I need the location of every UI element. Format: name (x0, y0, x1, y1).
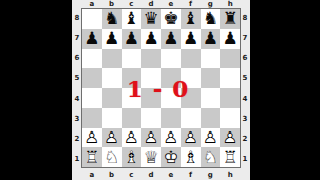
piece-glyph-outline: ♙ (181, 128, 201, 148)
rank-label-6: 6 (240, 48, 250, 68)
piece-white-pawn[interactable]: ♟♙ (102, 128, 122, 148)
piece-black-pawn[interactable]: ♟ (220, 29, 240, 49)
piece-black-knight[interactable]: ♞ (201, 9, 221, 29)
square-f5[interactable] (181, 68, 201, 88)
square-c2[interactable]: ♟♙ (122, 128, 142, 148)
rank-label-2: 2 (240, 129, 250, 149)
square-g7[interactable]: ♟ (201, 29, 221, 49)
piece-glyph-fill: ♟ (82, 29, 102, 49)
square-e2[interactable]: ♟♙ (161, 128, 181, 148)
square-f4[interactable] (181, 88, 201, 108)
square-e3[interactable] (161, 108, 181, 128)
file-label-b: b (102, 0, 122, 8)
square-d5[interactable] (141, 68, 161, 88)
square-e8[interactable]: ♚ (161, 9, 181, 29)
square-d8[interactable]: ♛ (141, 9, 161, 29)
piece-black-bishop[interactable]: ♝ (122, 9, 142, 29)
piece-glyph-fill: ♟ (102, 29, 122, 49)
piece-black-knight[interactable]: ♞ (102, 9, 122, 29)
piece-white-pawn[interactable]: ♟♙ (82, 128, 102, 148)
square-f2[interactable]: ♟♙ (181, 128, 201, 148)
file-labels-top: abcdefgh (82, 0, 240, 8)
square-c5[interactable] (122, 68, 142, 88)
square-c3[interactable] (122, 108, 142, 128)
square-a5[interactable] (82, 68, 102, 88)
square-h2[interactable]: ♟♙ (220, 128, 240, 148)
piece-black-queen[interactable]: ♛ (141, 9, 161, 29)
square-h3[interactable] (220, 108, 240, 128)
square-f3[interactable] (181, 108, 201, 128)
rank-label-3: 3 (240, 109, 250, 129)
file-label-d: d (141, 0, 161, 8)
piece-black-pawn[interactable]: ♟ (161, 29, 181, 49)
rank-label-7: 7 (240, 28, 250, 48)
piece-glyph-fill: ♟ (141, 29, 161, 49)
piece-black-king[interactable]: ♚ (161, 9, 181, 29)
file-label-e: e (161, 0, 181, 8)
square-h6[interactable] (220, 49, 240, 69)
square-g2[interactable]: ♟♙ (201, 128, 221, 148)
square-a4[interactable] (82, 88, 102, 108)
file-label-c: c (122, 169, 142, 180)
square-c8[interactable]: ♝ (122, 9, 142, 29)
square-g3[interactable] (201, 108, 221, 128)
square-a7[interactable]: ♟ (82, 29, 102, 49)
piece-white-pawn[interactable]: ♟♙ (181, 128, 201, 148)
rank-label-5: 5 (240, 68, 250, 88)
file-label-a: a (82, 0, 102, 8)
square-h5[interactable] (220, 68, 240, 88)
square-a8[interactable] (82, 9, 102, 29)
piece-white-pawn[interactable]: ♟♙ (122, 128, 142, 148)
square-g4[interactable] (201, 88, 221, 108)
square-a6[interactable] (82, 49, 102, 69)
piece-black-rook[interactable]: ♜ (220, 9, 240, 29)
square-b3[interactable] (102, 108, 122, 128)
piece-white-queen[interactable]: ♛♕ (141, 147, 161, 167)
square-h4[interactable] (220, 88, 240, 108)
square-b1[interactable]: ♞♘ (102, 147, 122, 167)
file-label-c: c (122, 0, 142, 8)
piece-black-bishop[interactable]: ♝ (181, 9, 201, 29)
file-label-d: d (141, 169, 161, 180)
chessboard-panel: abcdefgh 87654321 ♞♝♛♚♝♞♜♟♟♟♟♟♟♟♟♟♙♟♙♟♙♟… (72, 0, 250, 180)
piece-white-knight[interactable]: ♞♘ (102, 147, 122, 167)
piece-black-pawn[interactable]: ♟ (181, 29, 201, 49)
piece-white-bishop[interactable]: ♝♗ (122, 147, 142, 167)
square-d6[interactable] (141, 49, 161, 69)
square-d3[interactable] (141, 108, 161, 128)
square-c7[interactable]: ♟ (122, 29, 142, 49)
piece-glyph-outline: ♖ (82, 147, 102, 167)
file-label-f: f (181, 169, 201, 180)
file-label-b: b (102, 169, 122, 180)
square-b2[interactable]: ♟♙ (102, 128, 122, 148)
file-label-h: h (220, 169, 240, 180)
piece-black-pawn[interactable]: ♟ (201, 29, 221, 49)
square-e1[interactable]: ♚♔ (161, 147, 181, 167)
rank-labels-right: 87654321 (240, 8, 250, 169)
piece-black-pawn[interactable]: ♟ (122, 29, 142, 49)
file-label-h: h (220, 0, 240, 8)
piece-glyph-fill: ♝ (122, 9, 142, 29)
rank-label-1: 1 (240, 149, 250, 169)
square-f7[interactable]: ♟ (181, 29, 201, 49)
square-b4[interactable] (102, 88, 122, 108)
piece-glyph-outline: ♘ (201, 147, 221, 167)
square-g6[interactable] (201, 49, 221, 69)
piece-glyph-fill: ♟ (161, 29, 181, 49)
square-d1[interactable]: ♛♕ (141, 147, 161, 167)
rank-label-4: 4 (240, 89, 250, 109)
file-label-g: g (201, 0, 221, 8)
file-label-g: g (201, 169, 221, 180)
square-d7[interactable]: ♟ (141, 29, 161, 49)
square-h1[interactable]: ♜♖ (220, 147, 240, 167)
square-g8[interactable]: ♞ (201, 9, 221, 29)
piece-black-pawn[interactable]: ♟ (102, 29, 122, 49)
piece-white-pawn[interactable]: ♟♙ (220, 128, 240, 148)
piece-glyph-outline: ♙ (82, 128, 102, 148)
piece-white-knight[interactable]: ♞♘ (201, 147, 221, 167)
square-a1[interactable]: ♜♖ (82, 147, 102, 167)
piece-glyph-fill: ♛ (141, 9, 161, 29)
square-a2[interactable]: ♟♙ (82, 128, 102, 148)
square-g1[interactable]: ♞♘ (201, 147, 221, 167)
piece-glyph-outline: ♙ (201, 128, 221, 148)
chess-board: ♞♝♛♚♝♞♜♟♟♟♟♟♟♟♟♟♙♟♙♟♙♟♙♟♙♟♙♟♙♟♙♜♖♞♘♝♗♛♕♚… (81, 8, 241, 168)
piece-glyph-outline: ♙ (161, 128, 181, 148)
piece-glyph-outline: ♙ (122, 128, 142, 148)
piece-black-pawn[interactable]: ♟ (82, 29, 102, 49)
piece-glyph-outline: ♕ (141, 147, 161, 167)
square-e4[interactable] (161, 88, 181, 108)
piece-glyph-outline: ♔ (161, 147, 181, 167)
piece-white-pawn[interactable]: ♟♙ (161, 128, 181, 148)
piece-glyph-outline: ♗ (122, 147, 142, 167)
square-e5[interactable] (161, 68, 181, 88)
piece-glyph-fill: ♟ (220, 29, 240, 49)
square-d4[interactable] (141, 88, 161, 108)
piece-white-king[interactable]: ♚♔ (161, 147, 181, 167)
file-label-a: a (82, 169, 102, 180)
square-d2[interactable]: ♟♙ (141, 128, 161, 148)
square-b6[interactable] (102, 49, 122, 69)
piece-white-pawn[interactable]: ♟♙ (141, 128, 161, 148)
letterbox-background: abcdefgh 87654321 ♞♝♛♚♝♞♜♟♟♟♟♟♟♟♟♟♙♟♙♟♙♟… (0, 0, 320, 180)
piece-glyph-fill: ♚ (161, 9, 181, 29)
file-label-e: e (161, 169, 181, 180)
square-a3[interactable] (82, 108, 102, 128)
square-b8[interactable]: ♞ (102, 9, 122, 29)
square-g5[interactable] (201, 68, 221, 88)
piece-glyph-fill: ♞ (102, 9, 122, 29)
piece-glyph-fill: ♜ (220, 9, 240, 29)
piece-glyph-outline: ♘ (102, 147, 122, 167)
piece-glyph-fill: ♝ (181, 9, 201, 29)
rank-label-8: 8 (240, 8, 250, 28)
square-e7[interactable]: ♟ (161, 29, 181, 49)
square-b7[interactable]: ♟ (102, 29, 122, 49)
square-c1[interactable]: ♝♗ (122, 147, 142, 167)
square-b5[interactable] (102, 68, 122, 88)
square-c6[interactable] (122, 49, 142, 69)
piece-glyph-fill: ♟ (201, 29, 221, 49)
piece-glyph-outline: ♖ (220, 147, 240, 167)
piece-white-pawn[interactable]: ♟♙ (201, 128, 221, 148)
file-labels-bottom: abcdefgh (82, 169, 240, 180)
piece-white-bishop[interactable]: ♝♗ (181, 147, 201, 167)
piece-glyph-outline: ♗ (181, 147, 201, 167)
piece-glyph-fill: ♟ (181, 29, 201, 49)
piece-glyph-fill: ♞ (201, 9, 221, 29)
square-c4[interactable] (122, 88, 142, 108)
file-label-f: f (181, 0, 201, 8)
piece-glyph-outline: ♙ (220, 128, 240, 148)
square-f8[interactable]: ♝ (181, 9, 201, 29)
piece-white-rook[interactable]: ♜♖ (220, 147, 240, 167)
piece-white-rook[interactable]: ♜♖ (82, 147, 102, 167)
square-e6[interactable] (161, 49, 181, 69)
piece-black-pawn[interactable]: ♟ (141, 29, 161, 49)
piece-glyph-outline: ♙ (102, 128, 122, 148)
piece-glyph-outline: ♙ (141, 128, 161, 148)
square-h8[interactable]: ♜ (220, 9, 240, 29)
square-h7[interactable]: ♟ (220, 29, 240, 49)
piece-glyph-fill: ♟ (122, 29, 142, 49)
square-f1[interactable]: ♝♗ (181, 147, 201, 167)
square-f6[interactable] (181, 49, 201, 69)
